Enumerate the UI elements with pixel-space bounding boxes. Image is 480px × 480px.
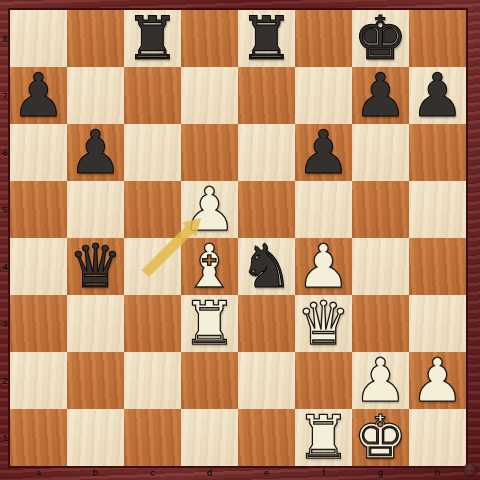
black-pawn-f6[interactable]: ♟ <box>297 124 351 181</box>
square-b4[interactable]: ♛ <box>67 238 124 295</box>
square-b8[interactable] <box>67 10 124 67</box>
square-c1[interactable] <box>124 409 181 466</box>
square-g2[interactable]: ♟ <box>352 352 409 409</box>
chess-board[interactable]: ♜♜♚♟♟♟♟♟♟♛♝♞♟♜♛♟♟♜♚ <box>10 10 466 466</box>
square-c2[interactable] <box>124 352 181 409</box>
file-label-b: b <box>67 466 124 479</box>
square-e8[interactable]: ♜ <box>238 10 295 67</box>
square-b5[interactable] <box>67 181 124 238</box>
square-c6[interactable] <box>124 124 181 181</box>
square-d2[interactable] <box>181 352 238 409</box>
square-f8[interactable] <box>295 10 352 67</box>
square-b7[interactable] <box>67 67 124 124</box>
white-rook-f1[interactable]: ♜ <box>297 409 351 466</box>
square-g1[interactable]: ♚ <box>352 409 409 466</box>
white-rook-d3[interactable]: ♜ <box>183 295 237 352</box>
square-a4[interactable] <box>10 238 67 295</box>
file-label-g: g <box>352 466 409 479</box>
black-pawn-b6[interactable]: ♟ <box>69 124 123 181</box>
square-a2[interactable] <box>10 352 67 409</box>
square-c5[interactable] <box>124 181 181 238</box>
file-label-d: d <box>181 466 238 479</box>
square-e6[interactable] <box>238 124 295 181</box>
black-rook-c8[interactable]: ♜ <box>126 10 180 67</box>
square-h7[interactable]: ♟ <box>409 67 466 124</box>
square-c8[interactable]: ♜ <box>124 10 181 67</box>
white-bishop-d4[interactable]: ♝ <box>183 238 237 295</box>
black-rook-e8[interactable]: ♜ <box>240 10 294 67</box>
square-b6[interactable]: ♟ <box>67 124 124 181</box>
square-g7[interactable]: ♟ <box>352 67 409 124</box>
corner-logo-icon <box>463 463 477 477</box>
square-e5[interactable] <box>238 181 295 238</box>
rank-label-7: 7 <box>0 67 10 124</box>
rank-label-2: 2 <box>0 352 10 409</box>
white-pawn-d5[interactable]: ♟ <box>183 181 237 238</box>
square-d7[interactable] <box>181 67 238 124</box>
white-pawn-f4[interactable]: ♟ <box>297 238 351 295</box>
square-f1[interactable]: ♜ <box>295 409 352 466</box>
square-e3[interactable] <box>238 295 295 352</box>
black-pawn-g7[interactable]: ♟ <box>354 67 408 124</box>
square-e7[interactable] <box>238 67 295 124</box>
white-king-g1[interactable]: ♚ <box>354 409 408 466</box>
square-c4[interactable] <box>124 238 181 295</box>
rank-label-1: 1 <box>0 409 10 466</box>
square-b1[interactable] <box>67 409 124 466</box>
square-e4[interactable]: ♞ <box>238 238 295 295</box>
rank-label-8: 8 <box>0 10 10 67</box>
square-f5[interactable] <box>295 181 352 238</box>
square-a5[interactable] <box>10 181 67 238</box>
white-queen-f3[interactable]: ♛ <box>297 295 351 352</box>
black-king-g8[interactable]: ♚ <box>354 10 408 67</box>
square-h1[interactable] <box>409 409 466 466</box>
file-label-e: e <box>238 466 295 479</box>
square-g8[interactable]: ♚ <box>352 10 409 67</box>
square-b2[interactable] <box>67 352 124 409</box>
white-pawn-h2[interactable]: ♟ <box>411 352 465 409</box>
square-h8[interactable] <box>409 10 466 67</box>
file-label-c: c <box>124 466 181 479</box>
square-g5[interactable] <box>352 181 409 238</box>
square-d1[interactable] <box>181 409 238 466</box>
black-knight-e4[interactable]: ♞ <box>240 238 294 295</box>
square-h6[interactable] <box>409 124 466 181</box>
rank-label-4: 4 <box>0 238 10 295</box>
square-d8[interactable] <box>181 10 238 67</box>
square-a1[interactable] <box>10 409 67 466</box>
square-g3[interactable] <box>352 295 409 352</box>
rank-label-6: 6 <box>0 124 10 181</box>
chess-board-frame: ♜♜♚♟♟♟♟♟♟♛♝♞♟♜♛♟♟♜♚ 87654321abcdefgh <box>0 0 480 480</box>
rank-label-3: 3 <box>0 295 10 352</box>
square-d4[interactable]: ♝ <box>181 238 238 295</box>
square-c3[interactable] <box>124 295 181 352</box>
square-d3[interactable]: ♜ <box>181 295 238 352</box>
square-h3[interactable] <box>409 295 466 352</box>
black-queen-b4[interactable]: ♛ <box>69 238 123 295</box>
square-e2[interactable] <box>238 352 295 409</box>
square-f6[interactable]: ♟ <box>295 124 352 181</box>
square-e1[interactable] <box>238 409 295 466</box>
square-h2[interactable]: ♟ <box>409 352 466 409</box>
square-g4[interactable] <box>352 238 409 295</box>
square-d6[interactable] <box>181 124 238 181</box>
rank-label-5: 5 <box>0 181 10 238</box>
square-d5[interactable]: ♟ <box>181 181 238 238</box>
square-f4[interactable]: ♟ <box>295 238 352 295</box>
black-pawn-a7[interactable]: ♟ <box>12 67 66 124</box>
file-label-f: f <box>295 466 352 479</box>
square-h5[interactable] <box>409 181 466 238</box>
square-a6[interactable] <box>10 124 67 181</box>
white-pawn-g2[interactable]: ♟ <box>354 352 408 409</box>
square-a3[interactable] <box>10 295 67 352</box>
square-f2[interactable] <box>295 352 352 409</box>
square-a7[interactable]: ♟ <box>10 67 67 124</box>
square-b3[interactable] <box>67 295 124 352</box>
square-c7[interactable] <box>124 67 181 124</box>
file-label-h: h <box>409 466 466 479</box>
square-h4[interactable] <box>409 238 466 295</box>
square-g6[interactable] <box>352 124 409 181</box>
square-a8[interactable] <box>10 10 67 67</box>
file-label-a: a <box>10 466 67 479</box>
black-pawn-h7[interactable]: ♟ <box>411 67 465 124</box>
square-f3[interactable]: ♛ <box>295 295 352 352</box>
square-f7[interactable] <box>295 67 352 124</box>
